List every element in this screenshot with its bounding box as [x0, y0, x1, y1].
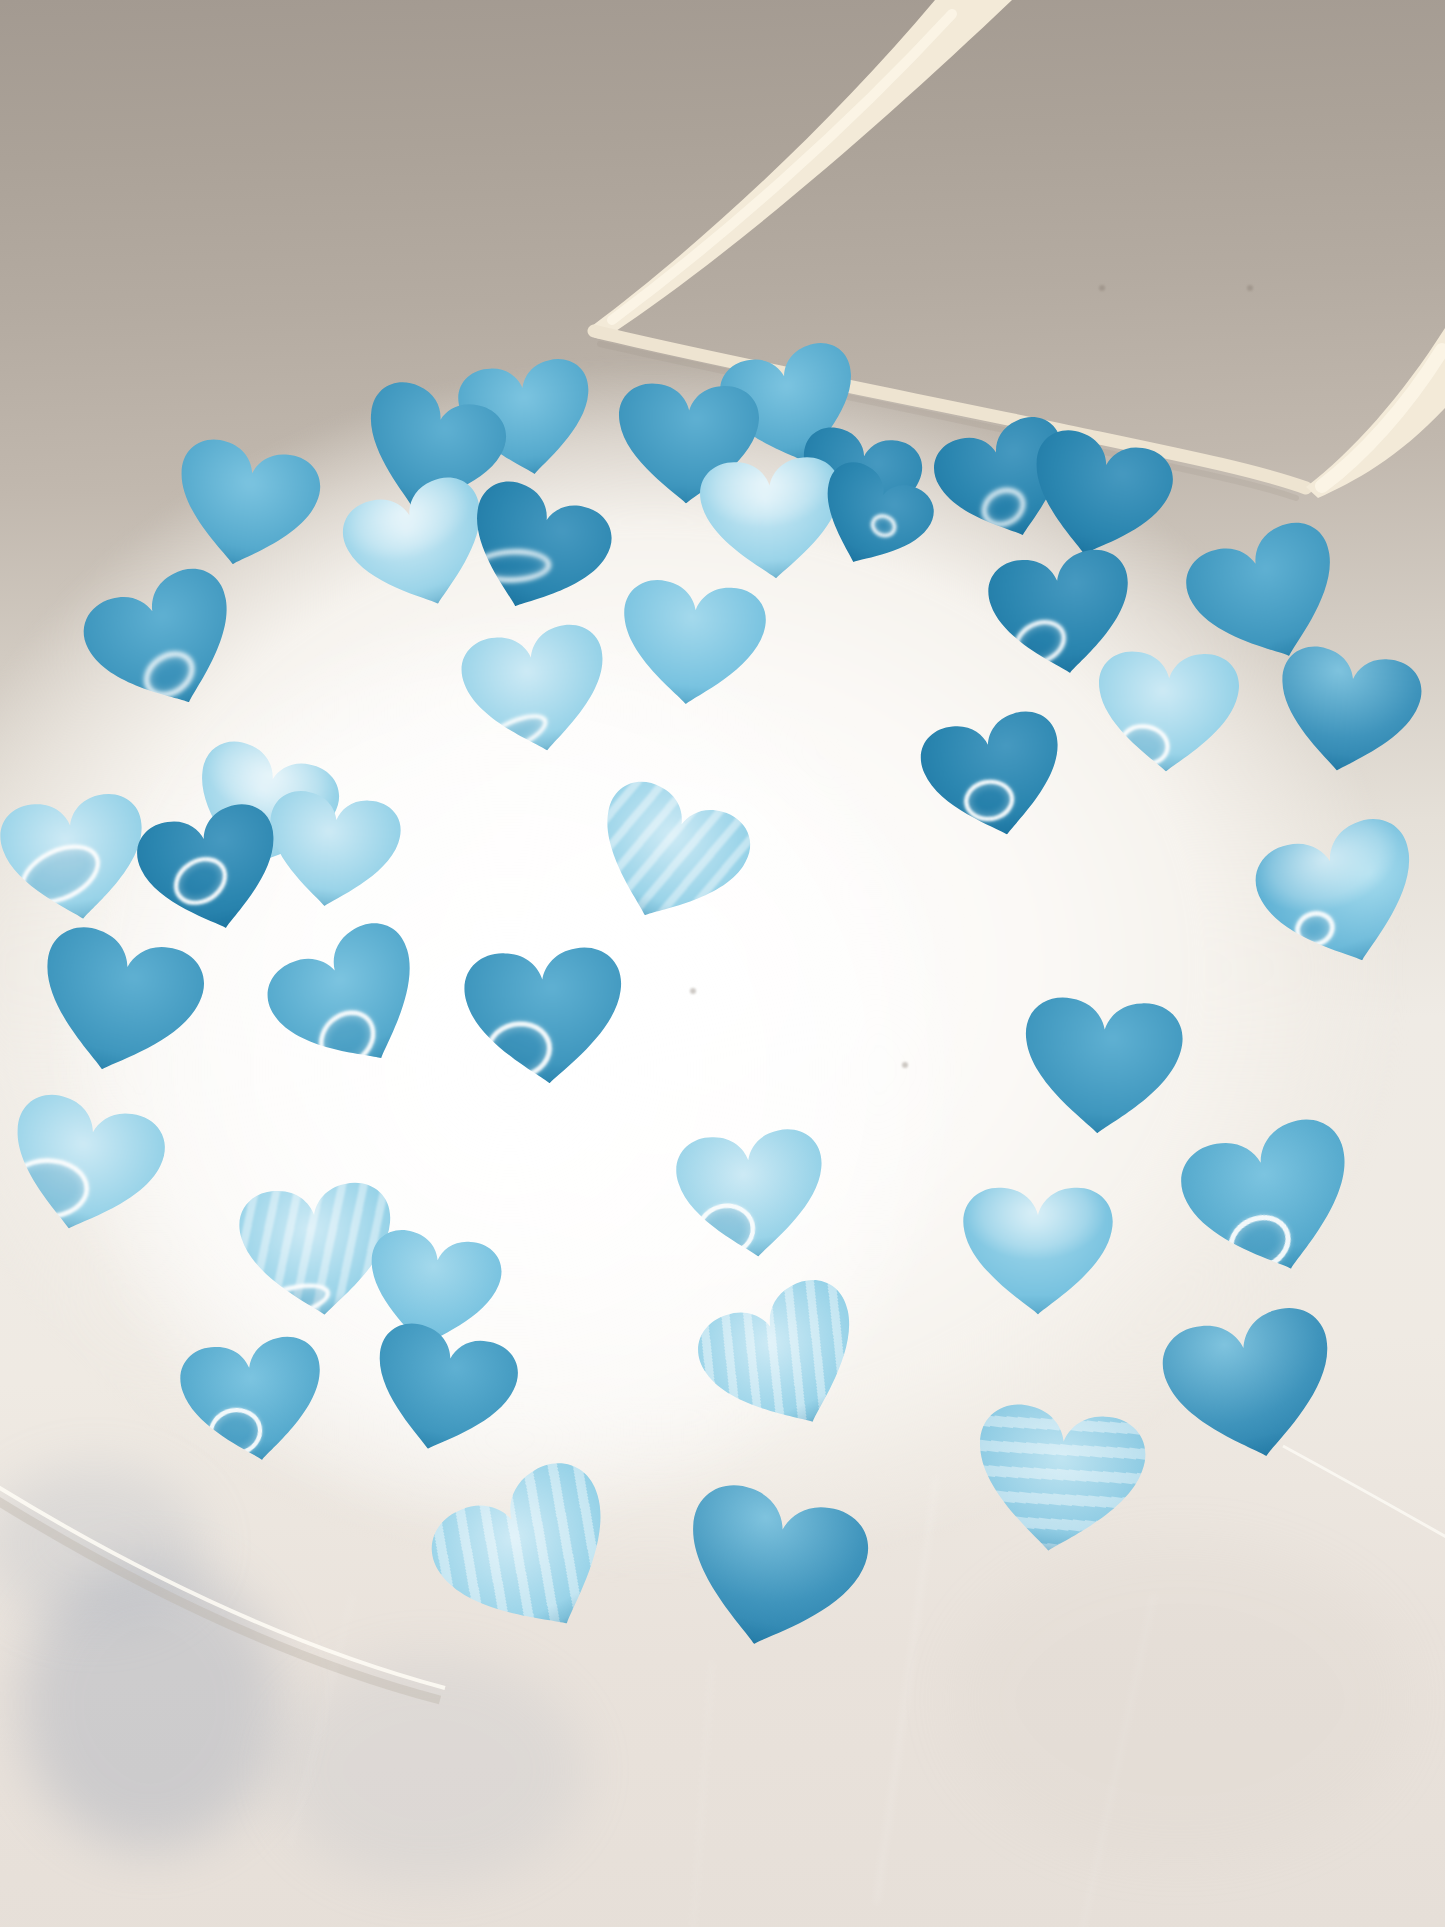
- photo-scene: [0, 0, 1445, 1927]
- surface-crease: [289, 1593, 355, 1846]
- creases-layer: [0, 0, 1445, 1927]
- surface-crease: [875, 1477, 938, 1903]
- surface-crease: [690, 1660, 714, 1927]
- surface-crease: [1078, 1594, 1156, 1927]
